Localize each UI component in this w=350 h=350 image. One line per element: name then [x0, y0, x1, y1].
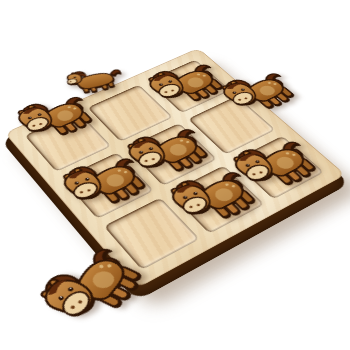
- product-photo-stage: [0, 0, 350, 350]
- board-scene: [5, 48, 346, 289]
- horse-piece-foreground[interactable]: [31, 238, 154, 338]
